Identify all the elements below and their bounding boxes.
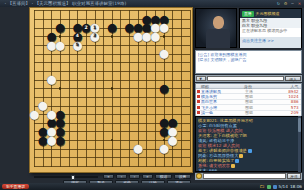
- stone-white: ●3: [90, 32, 99, 41]
- tool-button[interactable]: 设置: [174, 174, 191, 179]
- stone-white: ●5: [73, 41, 82, 50]
- tray-clock: 18:06: [290, 184, 302, 189]
- stone-white: ●: [133, 144, 142, 153]
- room-search-input[interactable]: [207, 76, 285, 82]
- stream-info-panel: 直播 天元围棋频道 黑方 职业九段 白方 职业九段 正在讲解本局 棋谱同步中 点…: [239, 8, 302, 48]
- viewer-badge-icon: [197, 106, 200, 109]
- stone-white: ●: [47, 136, 56, 145]
- refresh-icon[interactable]: ↻: [276, 1, 281, 6]
- stream-status: 正在讲解本局 棋谱同步中: [240, 28, 301, 37]
- emoticon-icon: [248, 149, 252, 153]
- broadcaster-face: [213, 16, 224, 29]
- announcement-line: [提示] 文明聊天，谢绝广告: [198, 57, 299, 63]
- grid-line-h: [34, 166, 190, 167]
- chat-input-bar: 发送: [195, 173, 302, 180]
- chat-scrollbar[interactable]: [298, 116, 302, 172]
- viewer-badge-icon: [197, 100, 200, 103]
- nav-button[interactable]: «: [103, 174, 114, 179]
- stone-white: ●: [159, 23, 168, 32]
- viewer-badge-icon: [197, 111, 200, 114]
- tray-date: 5/14: [279, 184, 288, 189]
- stone-white: ●: [55, 41, 64, 50]
- emoticon-button[interactable]: [196, 173, 202, 179]
- viewer-col-header: 身份: [244, 84, 274, 89]
- broadcaster-video[interactable]: [195, 8, 237, 48]
- emoticon-icon: [231, 164, 235, 168]
- stone-white: ●: [168, 136, 177, 145]
- grid-line-v: [181, 10, 182, 166]
- viewer-count: 209: [275, 110, 301, 115]
- channel-name: 天元围棋频道: [256, 11, 280, 16]
- follow-link[interactable]: 点击关注主播 >>: [240, 37, 301, 48]
- nav-button[interactable]: ‹: [116, 174, 127, 179]
- folder-icon[interactable]: 🗀: [260, 184, 265, 189]
- window-title: ・【直播间】・【天元围棋频道】 职业对局直播讲解室(19路): [3, 1, 126, 6]
- titlebar[interactable]: ・【直播间】・【天元围棋频道】 职业对局直播讲解室(19路) ↻⚙─✕: [0, 0, 304, 7]
- grid-line-v: [120, 10, 121, 166]
- nav-button[interactable]: ›: [129, 174, 140, 179]
- broadcaster-silhouette: [206, 29, 230, 48]
- stone-white: ●: [47, 75, 56, 84]
- taskbar-start-button[interactable]: 新手直播群: [2, 184, 29, 189]
- hoshi-point: [111, 35, 113, 37]
- stone-white: ●: [159, 49, 168, 58]
- move-number-label: 2: [84, 26, 87, 31]
- go-client-window: ・【直播间】・【天元围棋频道】 职业对局直播讲解室(19路) ↻⚙─✕ ●●●2…: [0, 0, 304, 190]
- room-search-bar: ▼ 进入: [195, 75, 302, 82]
- emoticon-icon: [235, 159, 239, 163]
- viewer-badge-icon: [197, 95, 200, 98]
- chat-message: 木木: 666: [198, 168, 297, 172]
- taskbar-tray: 🗀 5/14 18:06: [260, 184, 302, 189]
- move-number-label: 5: [76, 43, 79, 48]
- close-icon[interactable]: ✕: [297, 1, 302, 6]
- viewer-col-header: 人气: [274, 84, 301, 89]
- stone-black: ●: [159, 84, 168, 93]
- chat-text-input[interactable]: [203, 173, 287, 179]
- move-number-label: 3: [93, 34, 96, 39]
- viewer-status: 围观: [245, 110, 275, 115]
- stone-white: ●: [47, 110, 56, 119]
- grid-line-h: [34, 106, 190, 107]
- stone-white: ●: [159, 144, 168, 153]
- emoticon-icon: [239, 154, 243, 158]
- stone-white: ●: [30, 110, 39, 119]
- nav-button-row: «‹›»棋谱设置: [103, 174, 191, 179]
- stone-white: ●: [151, 32, 160, 41]
- send-button[interactable]: 发送: [287, 173, 301, 179]
- viewer-name: 清一色: [201, 110, 245, 115]
- stone-black: ●: [107, 23, 116, 32]
- viewer-table: 昵称身份人气 直播讲解员主播8942棋乐无穷围观1024黑白世界围观886飞天小…: [195, 83, 302, 116]
- nav-button[interactable]: »: [142, 174, 153, 179]
- taskbar: 新手直播群 🗀 5/14 18:06: [0, 183, 304, 190]
- settings-icon[interactable]: ⚙: [283, 1, 288, 6]
- move-slider[interactable]: [34, 176, 98, 178]
- hoshi-point: [163, 35, 165, 37]
- enter-room-button[interactable]: 进入: [285, 76, 301, 82]
- go-board[interactable]: ●●●2●●●4●●●●●●●●●●●●●●●●●●1●3●5●●●●●●●●●…: [29, 7, 193, 173]
- grid-line-h: [34, 157, 190, 158]
- grid-line-h: [34, 97, 190, 98]
- tray-green-icon[interactable]: [267, 185, 271, 189]
- viewer-badge-icon: [197, 90, 200, 93]
- grid-line-v: [190, 10, 191, 166]
- tray-blue-icon[interactable]: [273, 185, 277, 189]
- announcement-box: [公告] 欢迎来到围棋直播间[提示] 文明聊天，谢绝广告: [195, 50, 302, 75]
- filter-dropdown[interactable]: ▼: [196, 76, 206, 82]
- viewer-col-header: 昵称: [196, 84, 244, 89]
- minimize-icon[interactable]: ─: [290, 1, 295, 6]
- live-badge: 直播: [242, 11, 254, 17]
- hoshi-point: [111, 87, 113, 89]
- chat-log[interactable]: 棋友8021: 这盘黑棋开局不错小雪: 白5贴得有点紧欢迎 快乐围棋 进入房间天…: [195, 116, 302, 172]
- hoshi-point: [59, 87, 61, 89]
- window-controls: ↻⚙─✕: [276, 0, 302, 7]
- panel-scrollbar[interactable]: [302, 8, 304, 179]
- tool-button[interactable]: 棋谱: [155, 174, 172, 179]
